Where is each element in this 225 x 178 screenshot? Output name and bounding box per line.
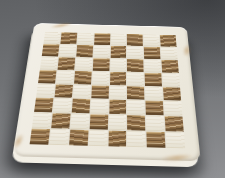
square-h5 — [162, 73, 180, 86]
photo-background — [0, 0, 225, 178]
square-a6 — [40, 57, 58, 70]
square-c5 — [74, 71, 92, 84]
square-a2 — [32, 113, 52, 128]
square-h6 — [162, 60, 179, 73]
square-a5 — [38, 70, 56, 83]
square-g2 — [146, 116, 165, 131]
square-d6 — [92, 58, 109, 71]
board-grid — [30, 32, 186, 148]
onyx-vein — [8, 129, 29, 153]
square-b7 — [59, 44, 76, 56]
square-e7 — [110, 46, 126, 58]
square-a4 — [36, 84, 55, 98]
square-e4 — [109, 85, 126, 99]
square-f1 — [127, 131, 146, 147]
square-c8 — [77, 33, 93, 45]
square-e6 — [110, 58, 126, 71]
square-b3 — [53, 98, 72, 113]
chess-board — [13, 23, 200, 161]
square-h7 — [161, 47, 178, 59]
square-d4 — [91, 85, 109, 99]
square-e2 — [108, 115, 126, 130]
square-a3 — [34, 98, 53, 113]
square-g1 — [147, 132, 166, 148]
square-b8 — [60, 32, 77, 44]
square-b4 — [54, 84, 72, 98]
square-h2 — [165, 116, 184, 131]
square-f2 — [127, 115, 145, 130]
square-h3 — [164, 101, 182, 116]
square-g5 — [145, 73, 162, 86]
square-b2 — [51, 113, 70, 128]
square-h8 — [160, 35, 176, 47]
square-d1 — [88, 130, 107, 146]
square-g6 — [144, 59, 161, 72]
square-g3 — [146, 101, 164, 116]
square-c2 — [70, 114, 89, 129]
square-a8 — [44, 32, 61, 44]
square-c6 — [75, 58, 92, 71]
square-d3 — [90, 99, 108, 114]
square-e5 — [110, 72, 127, 85]
square-g7 — [144, 47, 161, 59]
square-e1 — [108, 131, 126, 147]
square-g8 — [144, 34, 160, 46]
onyx-vein — [180, 41, 193, 61]
square-a1 — [30, 129, 50, 145]
square-d2 — [89, 114, 107, 129]
square-d7 — [93, 45, 109, 57]
square-e8 — [111, 34, 127, 46]
square-e3 — [109, 100, 127, 115]
square-b5 — [56, 70, 74, 83]
square-h1 — [166, 132, 185, 148]
onyx-vein — [45, 20, 79, 32]
square-f4 — [127, 86, 144, 100]
square-b6 — [57, 57, 75, 70]
square-c3 — [71, 99, 89, 114]
square-f3 — [127, 100, 145, 115]
square-f6 — [127, 59, 144, 72]
square-f8 — [127, 34, 143, 46]
square-a7 — [42, 44, 59, 56]
square-b1 — [49, 129, 69, 145]
square-f7 — [127, 46, 143, 58]
square-d8 — [94, 33, 110, 45]
square-h4 — [163, 87, 181, 101]
square-d5 — [92, 71, 109, 84]
square-c4 — [73, 84, 91, 98]
square-c1 — [69, 130, 88, 146]
square-c7 — [76, 45, 93, 57]
square-g4 — [145, 86, 163, 100]
square-f5 — [127, 72, 144, 85]
